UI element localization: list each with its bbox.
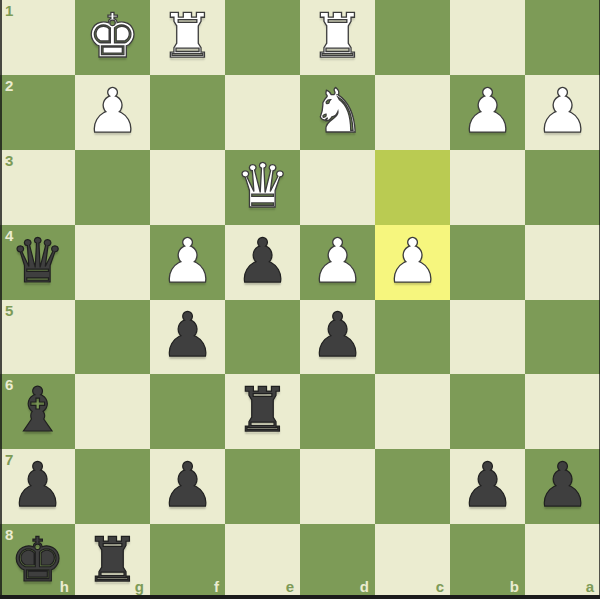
square-d6[interactable] bbox=[300, 374, 375, 449]
square-g8[interactable]: g♜ bbox=[75, 524, 150, 599]
square-a7[interactable]: ♟ bbox=[525, 449, 600, 524]
square-a4[interactable] bbox=[525, 225, 600, 300]
piece-white-pawn[interactable]: ♟ bbox=[460, 80, 515, 141]
square-a2[interactable]: ♟ bbox=[525, 75, 600, 150]
square-e2[interactable] bbox=[225, 75, 300, 150]
rank-label-1: 1 bbox=[5, 2, 13, 19]
file-label-d: d bbox=[360, 578, 369, 595]
piece-black-queen[interactable]: ♛ bbox=[10, 230, 65, 291]
square-a5[interactable] bbox=[525, 300, 600, 375]
square-c1[interactable] bbox=[375, 0, 450, 75]
square-g5[interactable] bbox=[75, 300, 150, 375]
square-a6[interactable] bbox=[525, 374, 600, 449]
square-f2[interactable] bbox=[150, 75, 225, 150]
piece-white-rook[interactable]: ♜ bbox=[160, 5, 215, 66]
square-b4[interactable] bbox=[450, 225, 525, 300]
piece-white-pawn[interactable]: ♟ bbox=[85, 80, 140, 141]
file-label-e: e bbox=[286, 578, 294, 595]
file-label-a: a bbox=[586, 578, 594, 595]
square-f4[interactable]: ♟ bbox=[150, 225, 225, 300]
piece-white-knight[interactable]: ♞ bbox=[310, 80, 365, 141]
rank-label-2: 2 bbox=[5, 77, 13, 94]
square-g4[interactable] bbox=[75, 225, 150, 300]
piece-black-rook[interactable]: ♜ bbox=[85, 529, 140, 590]
square-d8[interactable]: d bbox=[300, 524, 375, 599]
square-d4[interactable]: ♟ bbox=[300, 225, 375, 300]
square-e1[interactable] bbox=[225, 0, 300, 75]
piece-black-pawn[interactable]: ♟ bbox=[160, 454, 215, 515]
square-f8[interactable]: f bbox=[150, 524, 225, 599]
square-f6[interactable] bbox=[150, 374, 225, 449]
square-c7[interactable] bbox=[375, 449, 450, 524]
square-f5[interactable]: ♟ bbox=[150, 300, 225, 375]
rank-label-3: 3 bbox=[5, 152, 13, 169]
square-e5[interactable] bbox=[225, 300, 300, 375]
square-a8[interactable]: a bbox=[525, 524, 600, 599]
square-b2[interactable]: ♟ bbox=[450, 75, 525, 150]
square-g7[interactable] bbox=[75, 449, 150, 524]
piece-white-queen[interactable]: ♛ bbox=[235, 155, 290, 216]
square-g3[interactable] bbox=[75, 150, 150, 225]
square-b1[interactable] bbox=[450, 0, 525, 75]
square-f1[interactable]: ♜ bbox=[150, 0, 225, 75]
square-d3[interactable] bbox=[300, 150, 375, 225]
square-c2[interactable] bbox=[375, 75, 450, 150]
file-label-c: c bbox=[436, 578, 444, 595]
piece-black-king[interactable]: ♚ bbox=[10, 529, 65, 590]
square-e6[interactable]: ♜ bbox=[225, 374, 300, 449]
piece-black-pawn[interactable]: ♟ bbox=[160, 304, 215, 365]
square-f7[interactable]: ♟ bbox=[150, 449, 225, 524]
square-e7[interactable] bbox=[225, 449, 300, 524]
square-h5[interactable]: 5 bbox=[0, 300, 75, 375]
square-d7[interactable] bbox=[300, 449, 375, 524]
square-b3[interactable] bbox=[450, 150, 525, 225]
square-a1[interactable] bbox=[525, 0, 600, 75]
square-e3[interactable]: ♛ bbox=[225, 150, 300, 225]
square-h2[interactable]: 2 bbox=[0, 75, 75, 150]
screenshot-stage: 1♚♜♜2♟♞♟♟3♛4♛♟♟♟♟5♟♟6♝♜7♟♟♟♟8h♚g♜fedcba bbox=[0, 0, 600, 599]
square-e8[interactable]: e bbox=[225, 524, 300, 599]
piece-white-pawn[interactable]: ♟ bbox=[535, 80, 590, 141]
square-g2[interactable]: ♟ bbox=[75, 75, 150, 150]
square-a3[interactable] bbox=[525, 150, 600, 225]
square-c6[interactable] bbox=[375, 374, 450, 449]
square-c4[interactable]: ♟ bbox=[375, 225, 450, 300]
piece-black-pawn[interactable]: ♟ bbox=[10, 454, 65, 515]
square-c5[interactable] bbox=[375, 300, 450, 375]
square-h6[interactable]: 6♝ bbox=[0, 374, 75, 449]
square-g6[interactable] bbox=[75, 374, 150, 449]
square-c3[interactable] bbox=[375, 150, 450, 225]
square-e4[interactable]: ♟ bbox=[225, 225, 300, 300]
square-h8[interactable]: 8h♚ bbox=[0, 524, 75, 599]
piece-black-rook[interactable]: ♜ bbox=[235, 379, 290, 440]
rank-label-5: 5 bbox=[5, 302, 13, 319]
square-h3[interactable]: 3 bbox=[0, 150, 75, 225]
square-b6[interactable] bbox=[450, 374, 525, 449]
square-b7[interactable]: ♟ bbox=[450, 449, 525, 524]
square-h1[interactable]: 1 bbox=[0, 0, 75, 75]
piece-black-pawn[interactable]: ♟ bbox=[535, 454, 590, 515]
piece-white-king[interactable]: ♚ bbox=[85, 5, 140, 66]
file-label-f: f bbox=[214, 578, 219, 595]
piece-black-pawn[interactable]: ♟ bbox=[460, 454, 515, 515]
square-d1[interactable]: ♜ bbox=[300, 0, 375, 75]
piece-white-pawn[interactable]: ♟ bbox=[310, 230, 365, 291]
piece-black-pawn[interactable]: ♟ bbox=[235, 230, 290, 291]
square-c8[interactable]: c bbox=[375, 524, 450, 599]
square-f3[interactable] bbox=[150, 150, 225, 225]
piece-white-pawn[interactable]: ♟ bbox=[160, 230, 215, 291]
file-label-b: b bbox=[510, 578, 519, 595]
square-d5[interactable]: ♟ bbox=[300, 300, 375, 375]
square-d2[interactable]: ♞ bbox=[300, 75, 375, 150]
piece-black-pawn[interactable]: ♟ bbox=[310, 304, 365, 365]
square-g1[interactable]: ♚ bbox=[75, 0, 150, 75]
square-h4[interactable]: 4♛ bbox=[0, 225, 75, 300]
chess-board: 1♚♜♜2♟♞♟♟3♛4♛♟♟♟♟5♟♟6♝♜7♟♟♟♟8h♚g♜fedcba bbox=[0, 0, 600, 599]
square-b5[interactable] bbox=[450, 300, 525, 375]
square-b8[interactable]: b bbox=[450, 524, 525, 599]
piece-black-bishop[interactable]: ♝ bbox=[10, 379, 65, 440]
piece-white-rook[interactable]: ♜ bbox=[310, 5, 365, 66]
square-h7[interactable]: 7♟ bbox=[0, 449, 75, 524]
piece-white-pawn[interactable]: ♟ bbox=[385, 230, 440, 291]
